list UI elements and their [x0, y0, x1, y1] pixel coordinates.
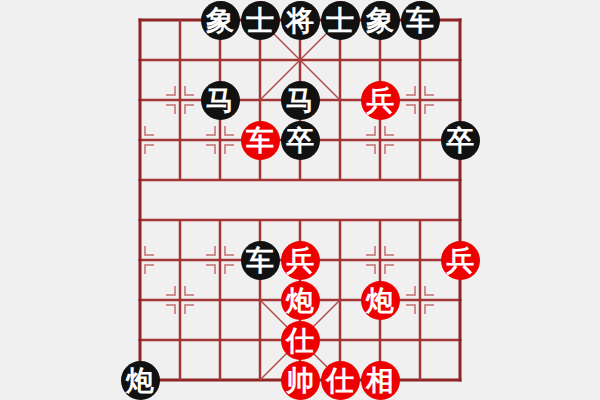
- black-horse-piece[interactable]: 马: [281, 81, 320, 120]
- piece-character: 兵: [446, 247, 474, 275]
- red-chariot-piece[interactable]: 车: [241, 121, 280, 160]
- piece-character: 仕: [286, 327, 314, 355]
- red-soldier-piece[interactable]: 兵: [441, 241, 480, 280]
- black-horse-piece[interactable]: 马: [201, 81, 240, 120]
- red-soldier-piece[interactable]: 兵: [281, 241, 320, 280]
- xiangqi-screenshot-root: 象士将士象车马马兵车卒卒车兵兵炮炮仕炮帅仕相: [0, 0, 600, 400]
- piece-character: 仕: [326, 367, 354, 395]
- piece-character: 卒: [286, 127, 314, 155]
- red-general-piece[interactable]: 帅: [281, 361, 320, 400]
- black-chariot-piece[interactable]: 车: [241, 241, 280, 280]
- piece-character: 车: [406, 7, 434, 35]
- piece-character: 相: [366, 367, 394, 395]
- piece-character: 炮: [366, 287, 394, 315]
- pieces-grid: 象士将士象车马马兵车卒卒车兵兵炮炮仕炮帅仕相: [120, 0, 480, 400]
- red-elephant-piece[interactable]: 相: [361, 361, 400, 400]
- piece-character: 兵: [366, 87, 394, 115]
- piece-character: 将: [286, 7, 314, 35]
- black-soldier-piece[interactable]: 卒: [441, 121, 480, 160]
- red-cannon-piece[interactable]: 炮: [361, 281, 400, 320]
- black-elephant-piece[interactable]: 象: [201, 1, 240, 40]
- black-elephant-piece[interactable]: 象: [361, 1, 400, 40]
- black-advisor-piece[interactable]: 士: [241, 1, 280, 40]
- xiangqi-board[interactable]: 象士将士象车马马兵车卒卒车兵兵炮炮仕炮帅仕相: [0, 0, 600, 400]
- red-advisor-piece[interactable]: 仕: [321, 361, 360, 400]
- black-general-piece[interactable]: 将: [281, 1, 320, 40]
- black-cannon-piece[interactable]: 炮: [121, 361, 160, 400]
- piece-character: 士: [326, 7, 354, 35]
- piece-character: 马: [206, 87, 234, 115]
- piece-character: 象: [206, 7, 234, 35]
- piece-character: 兵: [286, 247, 314, 275]
- piece-character: 象: [366, 7, 394, 35]
- piece-character: 炮: [126, 367, 154, 395]
- red-soldier-piece[interactable]: 兵: [361, 81, 400, 120]
- red-advisor-piece[interactable]: 仕: [281, 321, 320, 360]
- piece-character: 炮: [286, 287, 314, 315]
- piece-character: 车: [246, 127, 274, 155]
- red-cannon-piece[interactable]: 炮: [281, 281, 320, 320]
- piece-character: 帅: [286, 367, 314, 395]
- piece-character: 车: [246, 247, 274, 275]
- piece-character: 马: [286, 87, 314, 115]
- black-chariot-piece[interactable]: 车: [401, 1, 440, 40]
- black-soldier-piece[interactable]: 卒: [281, 121, 320, 160]
- black-advisor-piece[interactable]: 士: [321, 1, 360, 40]
- piece-character: 士: [246, 7, 274, 35]
- piece-character: 卒: [446, 127, 474, 155]
